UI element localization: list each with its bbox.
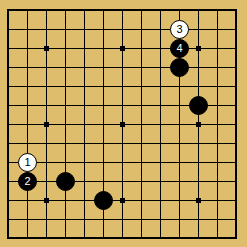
- intersection-b5: 1: [18, 153, 37, 172]
- black-stone-l8: [189, 96, 208, 115]
- white-stone-k12: 3: [170, 20, 189, 39]
- move-number-label: 1: [24, 157, 30, 168]
- board-intersections: 3412: [0, 1, 246, 247]
- star-dot: [120, 46, 125, 51]
- star-point: [189, 39, 208, 58]
- star-point: [113, 39, 132, 58]
- star-dot: [196, 46, 201, 51]
- star-dot: [120, 122, 125, 127]
- intersection-d4: [56, 172, 75, 191]
- move-number-label: 4: [176, 43, 182, 54]
- move-number-label: 2: [24, 176, 30, 187]
- star-point: [189, 191, 208, 210]
- star-point: [37, 115, 56, 134]
- intersection-k10: [170, 58, 189, 77]
- star-dot: [44, 122, 49, 127]
- star-dot: [120, 198, 125, 203]
- star-dot: [196, 122, 201, 127]
- black-stone-k11: 4: [170, 39, 189, 58]
- star-point: [113, 191, 132, 210]
- go-board: 3412: [0, 0, 247, 247]
- black-stone-b4: 2: [18, 172, 37, 191]
- star-point: [113, 115, 132, 134]
- intersection-k12: 3: [170, 20, 189, 39]
- black-stone-d4: [56, 172, 75, 191]
- star-dot: [44, 198, 49, 203]
- intersection-k11: 4: [170, 39, 189, 58]
- move-number-label: 3: [176, 24, 182, 35]
- star-dot: [44, 46, 49, 51]
- intersection-b4: 2: [18, 172, 37, 191]
- star-dot: [196, 198, 201, 203]
- white-stone-b5: 1: [18, 153, 37, 172]
- intersection-l8: [189, 96, 208, 115]
- black-stone-f3: [94, 191, 113, 210]
- intersection-f3: [94, 191, 113, 210]
- black-stone-k10: [170, 58, 189, 77]
- star-point: [189, 115, 208, 134]
- star-point: [37, 39, 56, 58]
- star-point: [37, 191, 56, 210]
